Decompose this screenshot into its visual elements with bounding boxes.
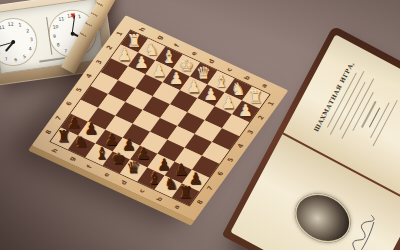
dial-numeral: 12: [7, 21, 13, 27]
rank-label: 7: [206, 185, 215, 192]
dial-numeral: 4: [28, 46, 32, 51]
dial-numeral: 5: [23, 54, 27, 59]
hands-axis-cap: [11, 40, 16, 45]
dial-numeral: 8: [56, 42, 60, 47]
rank-label: 2: [105, 45, 114, 52]
dial-numeral: 7: [5, 56, 9, 61]
file-label: a: [173, 204, 182, 210]
file-label: e: [102, 171, 111, 177]
rank-label: 1: [115, 31, 124, 38]
file-label: d: [120, 179, 129, 186]
rank-label: 7: [54, 115, 63, 122]
dial-numeral: 1: [18, 22, 22, 27]
scene-photo: 123456789101112 123456789101112 hgfedcba…: [0, 0, 400, 250]
clock-left-dial: 123456789101112: [0, 15, 40, 69]
rank-label: 4: [85, 73, 94, 80]
dial-numeral: 3: [30, 37, 34, 42]
rank-label: 3: [95, 59, 104, 66]
book-title: ШАХМАТНАЯ ИГРА,: [305, 46, 363, 147]
black-knight[interactable]: ♞: [71, 133, 91, 153]
dial-numeral: 11: [58, 16, 64, 22]
rank-label: 2: [256, 115, 265, 122]
dial-numeral: 10: [52, 24, 58, 30]
clock-flag: [71, 13, 76, 19]
rank-label: 3: [246, 129, 255, 136]
file-label: g: [68, 155, 77, 162]
rank-label: 8: [44, 129, 53, 136]
rank-label: 1: [267, 101, 276, 108]
dial-numeral: 1: [78, 14, 82, 19]
black-rook[interactable]: ♜: [176, 183, 196, 203]
rank-label: 4: [236, 143, 245, 150]
dial-numeral: 11: [0, 25, 5, 31]
rank-label: 6: [216, 171, 225, 178]
square-a8[interactable]: ♜: [172, 184, 199, 206]
clock-maker-text-illegible: [39, 57, 65, 63]
rank-label: 5: [226, 157, 235, 164]
rank-label: 6: [64, 101, 73, 108]
dial-numeral: 9: [53, 34, 57, 39]
file-label: h: [50, 147, 59, 154]
dial-numeral: 7: [64, 48, 68, 53]
dial-numeral: 6: [14, 58, 18, 63]
rank-label: 8: [196, 199, 205, 206]
file-label: f: [86, 164, 94, 169]
black-queen[interactable]: ♛: [123, 158, 143, 178]
rank-label: 5: [74, 87, 83, 94]
file-label: b: [155, 195, 164, 202]
dial-numeral: 2: [26, 28, 30, 33]
portrait-engraving: [286, 184, 359, 250]
